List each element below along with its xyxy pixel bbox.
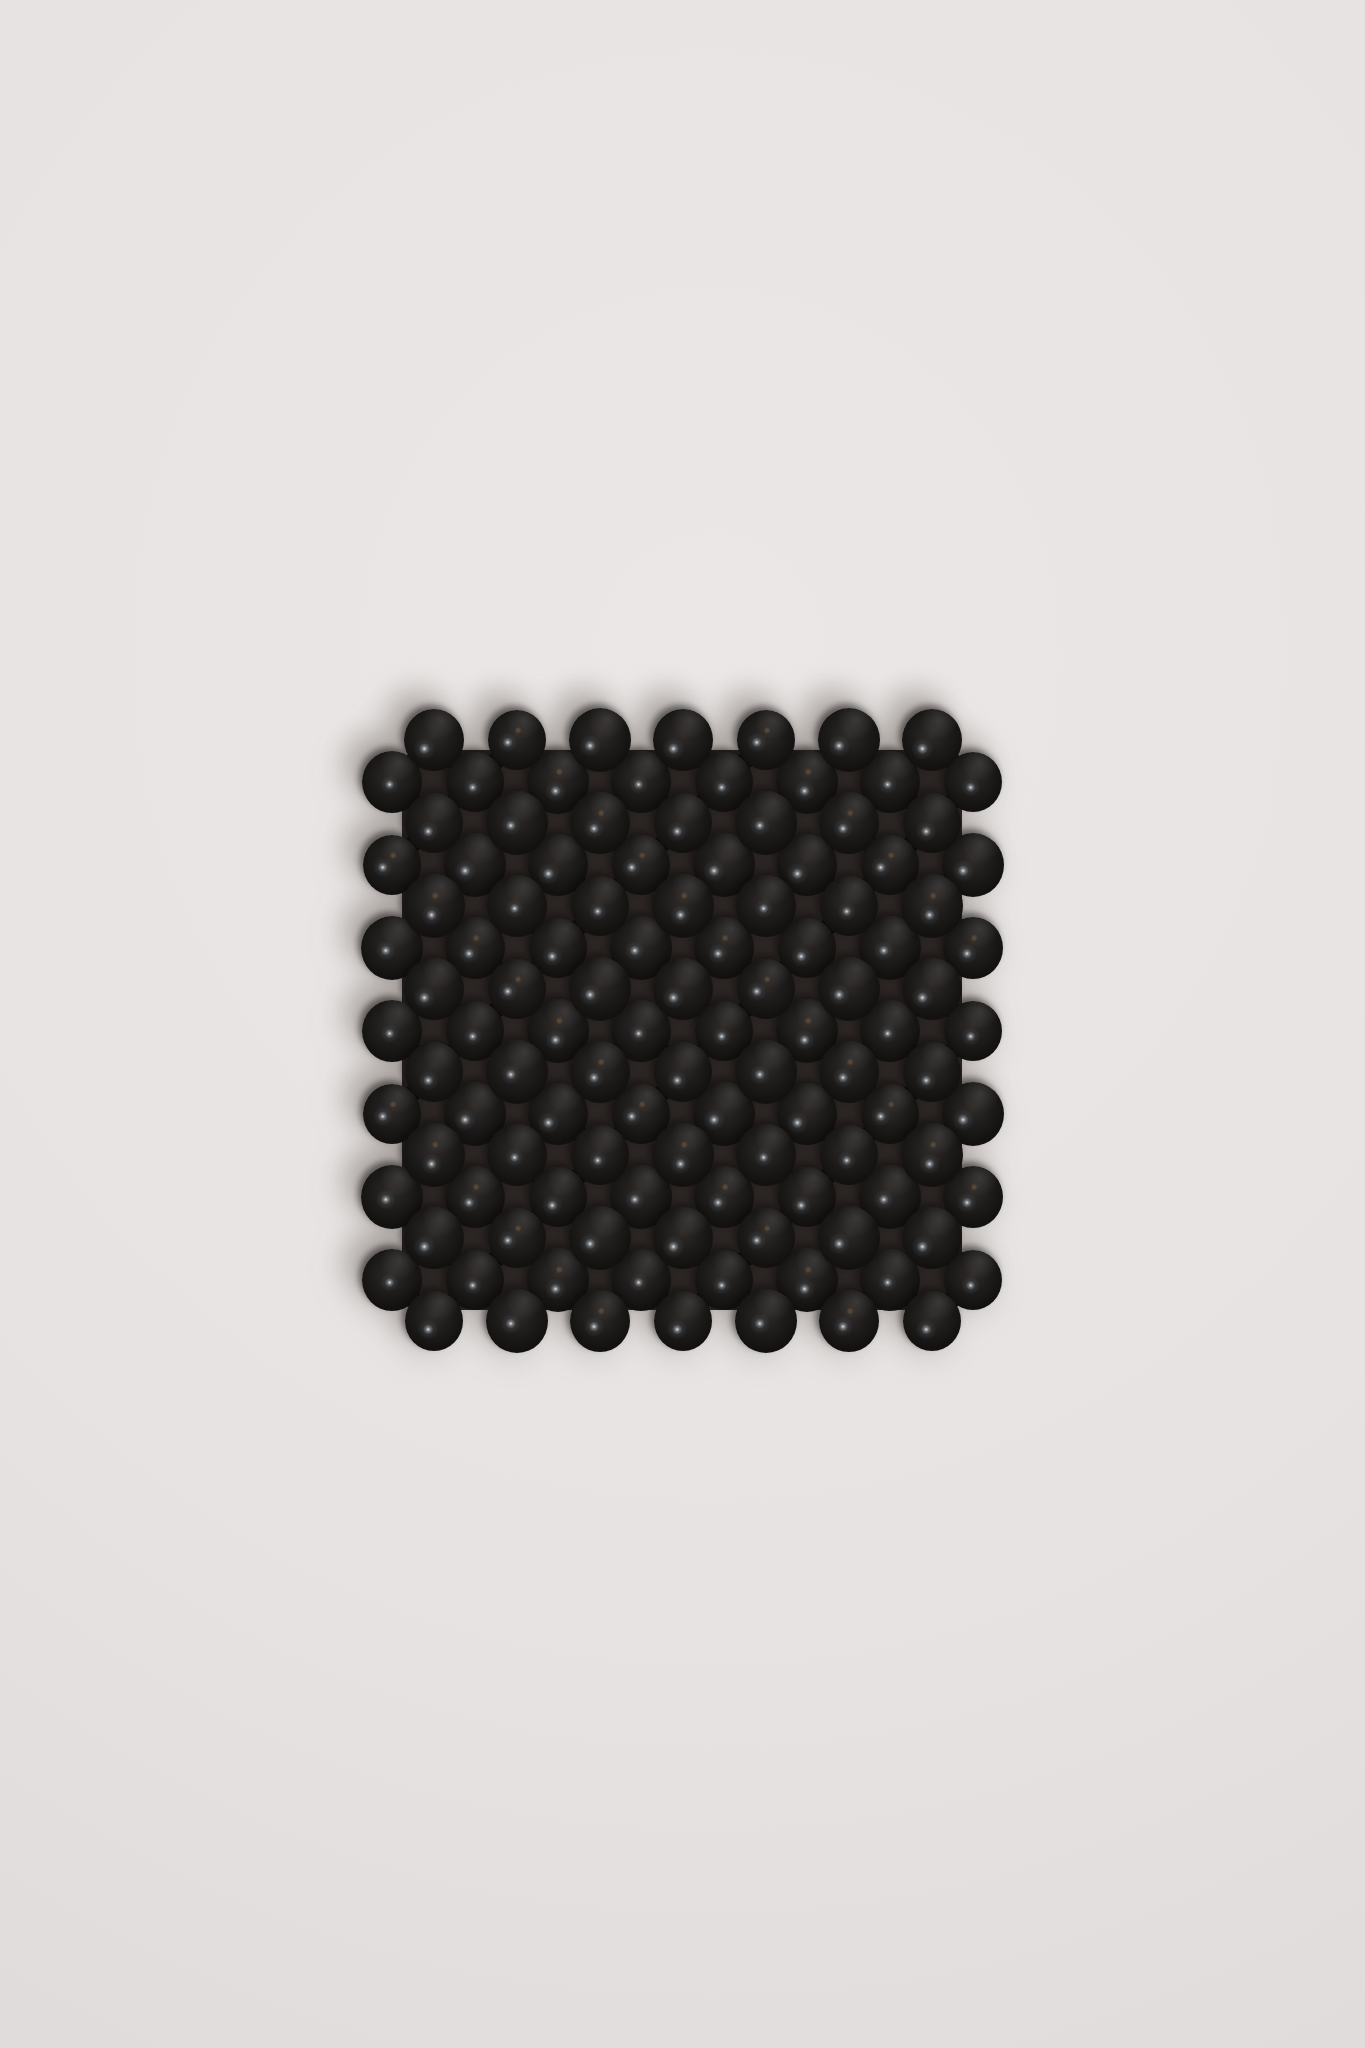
bead	[403, 874, 465, 938]
bead	[487, 875, 547, 937]
bead	[571, 876, 629, 936]
bead	[903, 793, 961, 853]
bead	[569, 708, 631, 772]
bead	[405, 1291, 463, 1351]
bead	[486, 1040, 548, 1104]
photo-canvas	[0, 0, 1365, 2048]
bead	[735, 1040, 797, 1104]
bead	[403, 1123, 465, 1187]
bead	[486, 791, 548, 855]
bead	[404, 1207, 464, 1269]
bead	[819, 1290, 879, 1352]
bead	[902, 1207, 962, 1269]
bead	[654, 1042, 712, 1102]
bead	[654, 1291, 712, 1351]
bead	[652, 874, 714, 938]
bead	[653, 709, 713, 771]
bead	[819, 1041, 879, 1103]
bead	[569, 1206, 631, 1270]
bead	[570, 1041, 630, 1103]
bead	[404, 709, 464, 771]
bead	[488, 1208, 546, 1268]
bead	[903, 1291, 961, 1351]
bead	[652, 1123, 714, 1187]
bead	[903, 1042, 961, 1102]
bead	[486, 1289, 548, 1353]
bead	[819, 792, 879, 854]
bead	[901, 874, 963, 938]
bead	[818, 957, 880, 1021]
bead	[736, 1124, 796, 1186]
bead	[736, 875, 796, 937]
bead	[654, 793, 712, 853]
bead	[488, 959, 546, 1019]
bead	[902, 709, 962, 771]
bead	[653, 1207, 713, 1269]
bead	[818, 708, 880, 772]
bead	[901, 1123, 963, 1187]
bead	[405, 793, 463, 853]
bead	[735, 791, 797, 855]
bead	[487, 1124, 547, 1186]
bead	[488, 710, 546, 770]
bead	[570, 1290, 630, 1352]
bead	[737, 959, 795, 1019]
bead	[902, 958, 962, 1020]
bead	[735, 1289, 797, 1353]
bead	[820, 876, 878, 936]
bead	[405, 1042, 463, 1102]
bead	[569, 957, 631, 1021]
bead	[818, 1206, 880, 1270]
bead	[653, 958, 713, 1020]
bead-mat	[0, 0, 1365, 2048]
bead	[737, 710, 795, 770]
bead	[737, 1208, 795, 1268]
bead	[570, 792, 630, 854]
bead	[820, 1125, 878, 1185]
bead	[404, 958, 464, 1020]
bead	[571, 1125, 629, 1185]
